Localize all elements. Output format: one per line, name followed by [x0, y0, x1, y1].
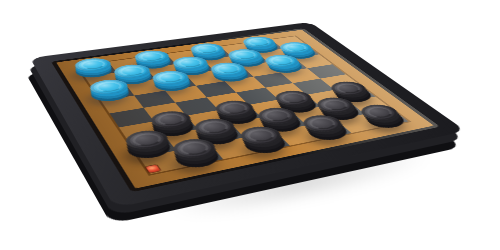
checkers-product-photo [0, 0, 500, 250]
